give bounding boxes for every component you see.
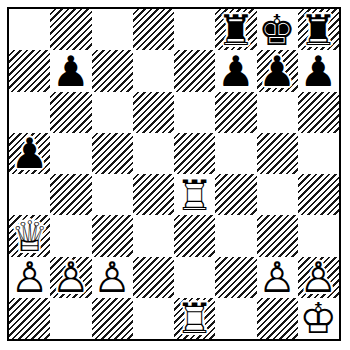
square-d5[interactable] <box>133 133 174 174</box>
square-d7[interactable] <box>133 50 174 91</box>
piece-white-pawn: ♟♙ <box>92 257 133 298</box>
piece-white-rook: ♜♖ <box>174 174 215 215</box>
square-f8[interactable]: ♜♜ <box>215 9 256 50</box>
square-h4[interactable] <box>298 174 339 215</box>
square-c8[interactable] <box>92 9 133 50</box>
white-queen-icon: ♕ <box>9 215 50 256</box>
square-c7[interactable] <box>92 50 133 91</box>
square-g6[interactable] <box>257 92 298 133</box>
piece-black-pawn: ♟♟ <box>50 50 91 91</box>
black-pawn-icon: ♟ <box>215 50 256 91</box>
piece-black-king: ♚♚ <box>257 9 298 50</box>
white-rook-icon: ♖ <box>174 298 215 339</box>
piece-white-pawn: ♟♙ <box>298 257 339 298</box>
black-pawn-icon: ♟ <box>50 50 91 91</box>
square-b8[interactable] <box>50 9 91 50</box>
square-g1[interactable] <box>257 298 298 339</box>
square-a1[interactable] <box>9 298 50 339</box>
square-d3[interactable] <box>133 215 174 256</box>
black-king-icon: ♚ <box>257 9 298 50</box>
square-f5[interactable] <box>215 133 256 174</box>
piece-black-rook: ♜♜ <box>298 9 339 50</box>
chess-board: ♜♜♚♚♜♜♟♟♟♟♟♟♟♟♟♟♜♖♛♕♟♙♟♙♟♙♟♙♟♙♜♖♚♔ <box>9 9 339 339</box>
square-b5[interactable] <box>50 133 91 174</box>
piece-black-pawn: ♟♟ <box>298 50 339 91</box>
square-e7[interactable] <box>174 50 215 91</box>
square-d6[interactable] <box>133 92 174 133</box>
square-d8[interactable] <box>133 9 174 50</box>
white-pawn-icon: ♙ <box>9 257 50 298</box>
square-b1[interactable] <box>50 298 91 339</box>
square-d2[interactable] <box>133 257 174 298</box>
square-a8[interactable] <box>9 9 50 50</box>
black-pawn-icon: ♟ <box>298 50 339 91</box>
white-pawn-icon: ♙ <box>257 257 298 298</box>
square-g4[interactable] <box>257 174 298 215</box>
square-e6[interactable] <box>174 92 215 133</box>
square-e4[interactable]: ♜♖ <box>174 174 215 215</box>
piece-white-pawn: ♟♙ <box>257 257 298 298</box>
square-h3[interactable] <box>298 215 339 256</box>
square-b6[interactable] <box>50 92 91 133</box>
square-h2[interactable]: ♟♙ <box>298 257 339 298</box>
square-e3[interactable] <box>174 215 215 256</box>
square-e5[interactable] <box>174 133 215 174</box>
white-pawn-icon: ♙ <box>50 257 91 298</box>
square-e1[interactable]: ♜♖ <box>174 298 215 339</box>
square-c5[interactable] <box>92 133 133 174</box>
square-b2[interactable]: ♟♙ <box>50 257 91 298</box>
square-f3[interactable] <box>215 215 256 256</box>
square-f7[interactable]: ♟♟ <box>215 50 256 91</box>
square-h1[interactable]: ♚♔ <box>298 298 339 339</box>
square-b7[interactable]: ♟♟ <box>50 50 91 91</box>
board-frame: ♜♜♚♚♜♜♟♟♟♟♟♟♟♟♟♟♜♖♛♕♟♙♟♙♟♙♟♙♟♙♜♖♚♔ <box>7 7 341 341</box>
square-g2[interactable]: ♟♙ <box>257 257 298 298</box>
square-c2[interactable]: ♟♙ <box>92 257 133 298</box>
square-e8[interactable] <box>174 9 215 50</box>
black-rook-icon: ♜ <box>215 9 256 50</box>
black-rook-icon: ♜ <box>298 9 339 50</box>
square-f6[interactable] <box>215 92 256 133</box>
square-g3[interactable] <box>257 215 298 256</box>
black-pawn-icon: ♟ <box>9 133 50 174</box>
square-h8[interactable]: ♜♜ <box>298 9 339 50</box>
square-e2[interactable] <box>174 257 215 298</box>
square-g5[interactable] <box>257 133 298 174</box>
square-a5[interactable]: ♟♟ <box>9 133 50 174</box>
square-f1[interactable] <box>215 298 256 339</box>
chess-diagram: ♜♜♚♚♜♜♟♟♟♟♟♟♟♟♟♟♜♖♛♕♟♙♟♙♟♙♟♙♟♙♜♖♚♔ <box>0 0 350 350</box>
piece-black-pawn: ♟♟ <box>9 133 50 174</box>
piece-white-queen: ♛♕ <box>9 215 50 256</box>
square-f2[interactable] <box>215 257 256 298</box>
white-pawn-icon: ♙ <box>298 257 339 298</box>
black-pawn-icon: ♟ <box>257 50 298 91</box>
square-g8[interactable]: ♚♚ <box>257 9 298 50</box>
white-rook-icon: ♖ <box>174 174 215 215</box>
piece-white-pawn: ♟♙ <box>9 257 50 298</box>
piece-white-rook: ♜♖ <box>174 298 215 339</box>
square-h7[interactable]: ♟♟ <box>298 50 339 91</box>
square-c4[interactable] <box>92 174 133 215</box>
piece-white-pawn: ♟♙ <box>50 257 91 298</box>
square-d4[interactable] <box>133 174 174 215</box>
square-a3[interactable]: ♛♕ <box>9 215 50 256</box>
square-c6[interactable] <box>92 92 133 133</box>
piece-white-king: ♚♔ <box>298 298 339 339</box>
square-g7[interactable]: ♟♟ <box>257 50 298 91</box>
square-a7[interactable] <box>9 50 50 91</box>
piece-black-pawn: ♟♟ <box>257 50 298 91</box>
square-a6[interactable] <box>9 92 50 133</box>
white-king-icon: ♔ <box>298 298 339 339</box>
square-f4[interactable] <box>215 174 256 215</box>
white-pawn-icon: ♙ <box>92 257 133 298</box>
square-a2[interactable]: ♟♙ <box>9 257 50 298</box>
piece-black-pawn: ♟♟ <box>215 50 256 91</box>
square-b3[interactable] <box>50 215 91 256</box>
square-h6[interactable] <box>298 92 339 133</box>
square-b4[interactable] <box>50 174 91 215</box>
square-d1[interactable] <box>133 298 174 339</box>
square-a4[interactable] <box>9 174 50 215</box>
square-c1[interactable] <box>92 298 133 339</box>
square-c3[interactable] <box>92 215 133 256</box>
square-h5[interactable] <box>298 133 339 174</box>
piece-black-rook: ♜♜ <box>215 9 256 50</box>
